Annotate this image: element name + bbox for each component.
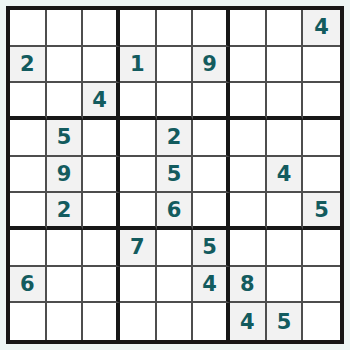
cell-r4c6[interactable] (193, 120, 230, 157)
cell-r1c7[interactable] (230, 10, 267, 47)
cell-r9c5[interactable] (157, 303, 194, 340)
cell-r4c5[interactable]: 2 (157, 120, 194, 157)
cell-r1c8[interactable] (267, 10, 304, 47)
cell-r6c6[interactable] (193, 193, 230, 230)
cell-r8c2[interactable] (47, 267, 84, 304)
cell-r9c6[interactable] (193, 303, 230, 340)
cell-r5c3[interactable] (83, 157, 120, 194)
cell-r1c3[interactable] (83, 10, 120, 47)
cell-r2c9[interactable] (303, 47, 340, 84)
cell-r2c8[interactable] (267, 47, 304, 84)
cell-r4c2[interactable]: 5 (47, 120, 84, 157)
cell-r1c1[interactable] (10, 10, 47, 47)
cell-r5c1[interactable] (10, 157, 47, 194)
cell-r4c8[interactable] (267, 120, 304, 157)
cell-r7c3[interactable] (83, 230, 120, 267)
cell-r3c9[interactable] (303, 83, 340, 120)
cell-r2c6[interactable]: 9 (193, 47, 230, 84)
cell-r7c4[interactable]: 7 (120, 230, 157, 267)
cell-r8c6[interactable]: 4 (193, 267, 230, 304)
cell-r8c8[interactable] (267, 267, 304, 304)
cell-r7c1[interactable] (10, 230, 47, 267)
cell-r6c9[interactable]: 5 (303, 193, 340, 230)
cell-r4c7[interactable] (230, 120, 267, 157)
cell-r5c4[interactable] (120, 157, 157, 194)
cell-r5c7[interactable] (230, 157, 267, 194)
cell-r6c5[interactable]: 6 (157, 193, 194, 230)
cell-r5c2[interactable]: 9 (47, 157, 84, 194)
cell-r2c1[interactable]: 2 (10, 47, 47, 84)
cell-r2c5[interactable] (157, 47, 194, 84)
page: { "game": "sudoku", "position": "0000000… (0, 0, 350, 350)
cell-r1c5[interactable] (157, 10, 194, 47)
cell-r9c8[interactable]: 5 (267, 303, 304, 340)
cell-r5c5[interactable]: 5 (157, 157, 194, 194)
cell-r6c2[interactable]: 2 (47, 193, 84, 230)
cell-r4c9[interactable] (303, 120, 340, 157)
cell-r3c1[interactable] (10, 83, 47, 120)
cell-r3c2[interactable] (47, 83, 84, 120)
cell-r2c3[interactable] (83, 47, 120, 84)
cell-r8c7[interactable]: 8 (230, 267, 267, 304)
cell-r6c3[interactable] (83, 193, 120, 230)
sudoku-board: 42194529542657564845 (6, 6, 344, 344)
cell-r1c9[interactable]: 4 (303, 10, 340, 47)
cell-r9c1[interactable] (10, 303, 47, 340)
cell-r4c1[interactable] (10, 120, 47, 157)
cell-r6c1[interactable] (10, 193, 47, 230)
cell-r2c2[interactable] (47, 47, 84, 84)
cell-r7c7[interactable] (230, 230, 267, 267)
cell-r3c6[interactable] (193, 83, 230, 120)
cell-r3c5[interactable] (157, 83, 194, 120)
cell-r1c2[interactable] (47, 10, 84, 47)
cell-r9c7[interactable]: 4 (230, 303, 267, 340)
cell-r7c9[interactable] (303, 230, 340, 267)
cell-r8c1[interactable]: 6 (10, 267, 47, 304)
cell-r4c4[interactable] (120, 120, 157, 157)
cell-r3c4[interactable] (120, 83, 157, 120)
cell-r6c7[interactable] (230, 193, 267, 230)
cell-r8c3[interactable] (83, 267, 120, 304)
cell-r1c4[interactable] (120, 10, 157, 47)
cell-r2c7[interactable] (230, 47, 267, 84)
cell-r6c8[interactable] (267, 193, 304, 230)
cell-r9c2[interactable] (47, 303, 84, 340)
cell-r1c6[interactable] (193, 10, 230, 47)
cell-r5c6[interactable] (193, 157, 230, 194)
cell-r7c6[interactable]: 5 (193, 230, 230, 267)
cell-r9c4[interactable] (120, 303, 157, 340)
cell-r5c9[interactable] (303, 157, 340, 194)
cell-r7c5[interactable] (157, 230, 194, 267)
cell-r7c2[interactable] (47, 230, 84, 267)
cell-r2c4[interactable]: 1 (120, 47, 157, 84)
cell-r8c9[interactable] (303, 267, 340, 304)
cell-r8c5[interactable] (157, 267, 194, 304)
cell-r9c9[interactable] (303, 303, 340, 340)
cell-r3c8[interactable] (267, 83, 304, 120)
cell-r9c3[interactable] (83, 303, 120, 340)
cell-r3c7[interactable] (230, 83, 267, 120)
cell-r3c3[interactable]: 4 (83, 83, 120, 120)
cell-r7c8[interactable] (267, 230, 304, 267)
cell-r8c4[interactable] (120, 267, 157, 304)
cell-r4c3[interactable] (83, 120, 120, 157)
cell-r6c4[interactable] (120, 193, 157, 230)
cell-r5c8[interactable]: 4 (267, 157, 304, 194)
